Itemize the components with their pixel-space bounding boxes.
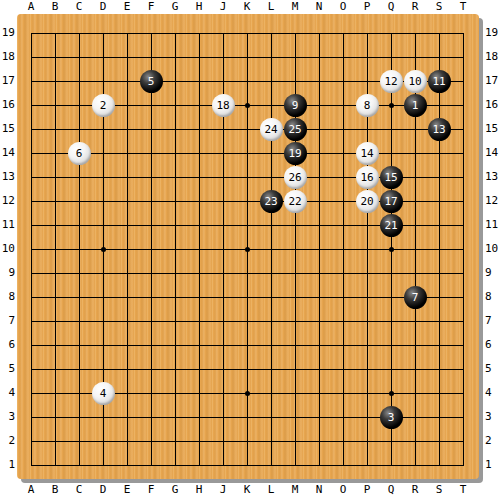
stone-black-21-q11[interactable]: 21 — [380, 214, 403, 237]
row-label-19: 19 — [0, 21, 15, 45]
column-label-r: R — [403, 0, 427, 14]
column-label-n: N — [307, 0, 331, 14]
stone-white-16-p13[interactable]: 16 — [356, 166, 379, 189]
stone-black-11-s17[interactable]: 11 — [428, 70, 451, 93]
stone-black-1-r16[interactable]: 1 — [404, 94, 427, 117]
column-label-c: C — [67, 483, 91, 497]
column-label-d: D — [91, 483, 115, 497]
row-label-5: 5 — [485, 357, 500, 381]
stone-black-15-q13[interactable]: 15 — [380, 166, 403, 189]
column-label-f: F — [139, 0, 163, 14]
column-label-t: T — [451, 0, 475, 14]
row-label-6: 6 — [0, 333, 15, 357]
stone-black-19-m14[interactable]: 19 — [284, 142, 307, 165]
row-label-1: 1 — [485, 453, 500, 477]
column-label-c: C — [67, 0, 91, 14]
column-label-m: M — [283, 483, 307, 497]
row-label-16: 16 — [485, 93, 500, 117]
column-label-l: L — [259, 483, 283, 497]
row-label-18: 18 — [485, 45, 500, 69]
column-label-b: B — [43, 483, 67, 497]
row-label-17: 17 — [0, 69, 15, 93]
row-label-18: 18 — [0, 45, 15, 69]
row-label-8: 8 — [485, 285, 500, 309]
row-label-12: 12 — [485, 189, 500, 213]
column-label-o: O — [331, 0, 355, 14]
row-label-14: 14 — [485, 141, 500, 165]
column-label-a: A — [19, 0, 43, 14]
row-label-14: 14 — [0, 141, 15, 165]
column-label-b: B — [43, 0, 67, 14]
row-label-15: 15 — [0, 117, 15, 141]
row-label-5: 5 — [0, 357, 15, 381]
row-label-2: 2 — [0, 429, 15, 453]
column-label-g: G — [163, 0, 187, 14]
column-label-a: A — [19, 483, 43, 497]
stone-white-8-p16[interactable]: 8 — [356, 94, 379, 117]
column-label-k: K — [235, 483, 259, 497]
column-label-p: P — [355, 483, 379, 497]
stone-white-22-m12[interactable]: 22 — [284, 190, 307, 213]
row-label-12: 12 — [0, 189, 15, 213]
stone-black-17-q12[interactable]: 17 — [380, 190, 403, 213]
column-label-m: M — [283, 0, 307, 14]
column-label-s: S — [427, 483, 451, 497]
stone-white-4-d4[interactable]: 4 — [92, 382, 115, 405]
column-labels-top: ABCDEFGHJKLMNOPQRST — [19, 0, 475, 14]
stone-black-3-q3[interactable]: 3 — [380, 406, 403, 429]
row-labels-left: 19181716151413121110987654321 — [0, 21, 15, 477]
column-label-p: P — [355, 0, 379, 14]
column-label-f: F — [139, 483, 163, 497]
stone-white-12-q17[interactable]: 12 — [380, 70, 403, 93]
stone-white-14-p14[interactable]: 14 — [356, 142, 379, 165]
column-label-h: H — [187, 0, 211, 14]
stone-white-26-m13[interactable]: 26 — [284, 166, 307, 189]
row-label-9: 9 — [485, 261, 500, 285]
column-label-d: D — [91, 0, 115, 14]
column-label-g: G — [163, 483, 187, 497]
row-label-3: 3 — [485, 405, 500, 429]
row-label-15: 15 — [485, 117, 500, 141]
go-board[interactable]: 1234567891011121314151617181920212223242… — [17, 14, 479, 479]
row-label-19: 19 — [485, 21, 500, 45]
stone-black-5-f17[interactable]: 5 — [140, 70, 163, 93]
column-label-s: S — [427, 0, 451, 14]
stone-white-2-d16[interactable]: 2 — [92, 94, 115, 117]
row-label-1: 1 — [0, 453, 15, 477]
stone-black-25-m15[interactable]: 25 — [284, 118, 307, 141]
stone-white-24-l15[interactable]: 24 — [260, 118, 283, 141]
row-label-13: 13 — [0, 165, 15, 189]
row-label-2: 2 — [485, 429, 500, 453]
column-label-n: N — [307, 483, 331, 497]
row-label-10: 10 — [485, 237, 500, 261]
row-label-13: 13 — [485, 165, 500, 189]
row-label-16: 16 — [0, 93, 15, 117]
row-label-8: 8 — [0, 285, 15, 309]
column-label-k: K — [235, 0, 259, 14]
column-label-q: Q — [379, 0, 403, 14]
column-label-e: E — [115, 483, 139, 497]
row-label-11: 11 — [0, 213, 15, 237]
row-label-10: 10 — [0, 237, 15, 261]
column-labels-bottom: ABCDEFGHJKLMNOPQRST — [19, 483, 475, 497]
row-label-7: 7 — [485, 309, 500, 333]
column-label-r: R — [403, 483, 427, 497]
column-label-o: O — [331, 483, 355, 497]
stone-white-6-c14[interactable]: 6 — [68, 142, 91, 165]
column-label-q: Q — [379, 483, 403, 497]
column-label-h: H — [187, 483, 211, 497]
column-label-t: T — [451, 483, 475, 497]
stone-white-18-j16[interactable]: 18 — [212, 94, 235, 117]
row-label-11: 11 — [485, 213, 500, 237]
row-label-4: 4 — [0, 381, 15, 405]
row-label-9: 9 — [0, 261, 15, 285]
stone-layer: 1234567891011121314151617181920212223242… — [19, 21, 475, 477]
column-label-l: L — [259, 0, 283, 14]
column-label-j: J — [211, 483, 235, 497]
row-label-7: 7 — [0, 309, 15, 333]
stone-black-9-m16[interactable]: 9 — [284, 94, 307, 117]
stone-black-7-r8[interactable]: 7 — [404, 286, 427, 309]
row-label-6: 6 — [485, 333, 500, 357]
stone-white-20-p12[interactable]: 20 — [356, 190, 379, 213]
column-label-e: E — [115, 0, 139, 14]
column-label-j: J — [211, 0, 235, 14]
stone-black-23-l12[interactable]: 23 — [260, 190, 283, 213]
stone-black-13-s15[interactable]: 13 — [428, 118, 451, 141]
row-label-17: 17 — [485, 69, 500, 93]
row-labels-right: 19181716151413121110987654321 — [485, 21, 500, 477]
row-label-4: 4 — [485, 381, 500, 405]
row-label-3: 3 — [0, 405, 15, 429]
go-diagram: ABCDEFGHJKLMNOPQRST ABCDEFGHJKLMNOPQRST … — [0, 0, 500, 500]
stone-white-10-r17[interactable]: 10 — [404, 70, 427, 93]
